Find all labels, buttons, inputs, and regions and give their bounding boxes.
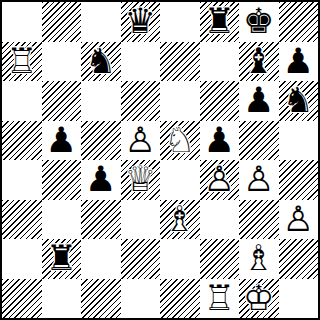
square-d7[interactable] xyxy=(121,42,161,82)
square-b8[interactable] xyxy=(42,2,82,42)
white-pawn-piece: ♙ xyxy=(239,160,279,200)
square-f8[interactable]: ♜♜ xyxy=(200,2,240,42)
square-c6[interactable] xyxy=(81,81,121,121)
black-pawn-fill: ♟ xyxy=(42,121,82,161)
square-g2[interactable]: ♝♗ xyxy=(239,239,279,279)
white-pawn-fill: ♟ xyxy=(239,160,279,200)
square-d5[interactable]: ♟♙ xyxy=(121,121,161,161)
white-knight-piece: ♘ xyxy=(160,121,200,161)
square-a7[interactable]: ♜♖ xyxy=(2,42,42,82)
square-a5[interactable] xyxy=(2,121,42,161)
square-h6[interactable]: ♞♞ xyxy=(279,81,319,121)
black-queen-fill: ♛ xyxy=(121,2,161,42)
square-d6[interactable] xyxy=(121,81,161,121)
square-b1[interactable] xyxy=(42,279,82,319)
black-pawn-piece: ♟ xyxy=(81,160,121,200)
black-king-piece: ♚ xyxy=(239,2,279,42)
square-e6[interactable] xyxy=(160,81,200,121)
black-pawn-fill: ♟ xyxy=(279,42,319,82)
square-b5[interactable]: ♟♟ xyxy=(42,121,82,161)
black-bishop-piece: ♝ xyxy=(239,42,279,82)
square-f2[interactable] xyxy=(200,239,240,279)
white-bishop-piece: ♗ xyxy=(239,239,279,279)
black-pawn-piece: ♟ xyxy=(239,81,279,121)
black-pawn-piece: ♟ xyxy=(200,121,240,161)
black-rook-piece: ♜ xyxy=(200,2,240,42)
square-e4[interactable] xyxy=(160,160,200,200)
white-rook-piece: ♖ xyxy=(2,42,42,82)
square-g6[interactable]: ♟♟ xyxy=(239,81,279,121)
black-queen-piece: ♛ xyxy=(121,2,161,42)
square-g1[interactable]: ♚♔ xyxy=(239,279,279,319)
white-queen-fill: ♛ xyxy=(121,160,161,200)
white-pawn-piece: ♙ xyxy=(200,160,240,200)
black-knight-fill: ♞ xyxy=(81,42,121,82)
square-c5[interactable] xyxy=(81,121,121,161)
square-c7[interactable]: ♞♞ xyxy=(81,42,121,82)
square-c1[interactable] xyxy=(81,279,121,319)
square-a1[interactable] xyxy=(2,279,42,319)
black-rook-piece: ♜ xyxy=(42,239,82,279)
white-knight-fill: ♞ xyxy=(160,121,200,161)
square-g4[interactable]: ♟♙ xyxy=(239,160,279,200)
white-pawn-piece: ♙ xyxy=(121,121,161,161)
square-e5[interactable]: ♞♘ xyxy=(160,121,200,161)
square-f1[interactable]: ♜♖ xyxy=(200,279,240,319)
square-f3[interactable] xyxy=(200,200,240,240)
white-rook-fill: ♜ xyxy=(200,279,240,319)
black-pawn-piece: ♟ xyxy=(42,121,82,161)
square-g8[interactable]: ♚♚ xyxy=(239,2,279,42)
black-rook-fill: ♜ xyxy=(200,2,240,42)
square-e7[interactable] xyxy=(160,42,200,82)
square-g5[interactable] xyxy=(239,121,279,161)
square-a6[interactable] xyxy=(2,81,42,121)
square-d3[interactable] xyxy=(121,200,161,240)
square-c8[interactable] xyxy=(81,2,121,42)
white-rook-piece: ♖ xyxy=(200,279,240,319)
square-d4[interactable]: ♛♕ xyxy=(121,160,161,200)
square-h7[interactable]: ♟♟ xyxy=(279,42,319,82)
square-h1[interactable] xyxy=(279,279,319,319)
square-d1[interactable] xyxy=(121,279,161,319)
white-bishop-piece: ♗ xyxy=(160,200,200,240)
white-king-fill: ♚ xyxy=(239,279,279,319)
white-queen-piece: ♕ xyxy=(121,160,161,200)
white-bishop-fill: ♝ xyxy=(160,200,200,240)
square-a3[interactable] xyxy=(2,200,42,240)
square-f6[interactable] xyxy=(200,81,240,121)
square-d2[interactable] xyxy=(121,239,161,279)
white-pawn-piece: ♙ xyxy=(279,200,319,240)
square-b3[interactable] xyxy=(42,200,82,240)
square-f7[interactable] xyxy=(200,42,240,82)
square-h3[interactable]: ♟♙ xyxy=(279,200,319,240)
black-knight-piece: ♞ xyxy=(81,42,121,82)
white-king-piece: ♔ xyxy=(239,279,279,319)
square-h2[interactable] xyxy=(279,239,319,279)
square-h5[interactable] xyxy=(279,121,319,161)
chess-board: ♛♛♜♜♚♚♜♖♞♞♝♝♟♟♟♟♞♞♟♟♟♙♞♘♟♟♟♟♛♕♟♙♟♙♝♗♟♙♜♜… xyxy=(0,0,320,320)
square-g3[interactable] xyxy=(239,200,279,240)
white-pawn-fill: ♟ xyxy=(279,200,319,240)
black-rook-fill: ♜ xyxy=(42,239,82,279)
square-b2[interactable]: ♜♜ xyxy=(42,239,82,279)
white-rook-fill: ♜ xyxy=(2,42,42,82)
square-g7[interactable]: ♝♝ xyxy=(239,42,279,82)
black-pawn-piece: ♟ xyxy=(279,42,319,82)
black-king-fill: ♚ xyxy=(239,2,279,42)
square-b4[interactable] xyxy=(42,160,82,200)
square-b6[interactable] xyxy=(42,81,82,121)
black-pawn-fill: ♟ xyxy=(200,121,240,161)
square-c2[interactable] xyxy=(81,239,121,279)
square-e1[interactable] xyxy=(160,279,200,319)
square-f4[interactable]: ♟♙ xyxy=(200,160,240,200)
square-a4[interactable] xyxy=(2,160,42,200)
square-d8[interactable]: ♛♛ xyxy=(121,2,161,42)
black-pawn-fill: ♟ xyxy=(81,160,121,200)
square-e3[interactable]: ♝♗ xyxy=(160,200,200,240)
square-c4[interactable]: ♟♟ xyxy=(81,160,121,200)
black-knight-fill: ♞ xyxy=(279,81,319,121)
square-f5[interactable]: ♟♟ xyxy=(200,121,240,161)
square-h4[interactable] xyxy=(279,160,319,200)
black-bishop-fill: ♝ xyxy=(239,42,279,82)
white-bishop-fill: ♝ xyxy=(239,239,279,279)
square-e8[interactable] xyxy=(160,2,200,42)
square-e2[interactable] xyxy=(160,239,200,279)
white-pawn-fill: ♟ xyxy=(200,160,240,200)
square-a8[interactable] xyxy=(2,2,42,42)
chess-diagram: ♛♛♜♜♚♚♜♖♞♞♝♝♟♟♟♟♞♞♟♟♟♙♞♘♟♟♟♟♛♕♟♙♟♙♝♗♟♙♜♜… xyxy=(0,0,320,320)
square-a2[interactable] xyxy=(2,239,42,279)
square-h8[interactable] xyxy=(279,2,319,42)
black-knight-piece: ♞ xyxy=(279,81,319,121)
square-b7[interactable] xyxy=(42,42,82,82)
black-pawn-fill: ♟ xyxy=(239,81,279,121)
white-pawn-fill: ♟ xyxy=(121,121,161,161)
square-c3[interactable] xyxy=(81,200,121,240)
